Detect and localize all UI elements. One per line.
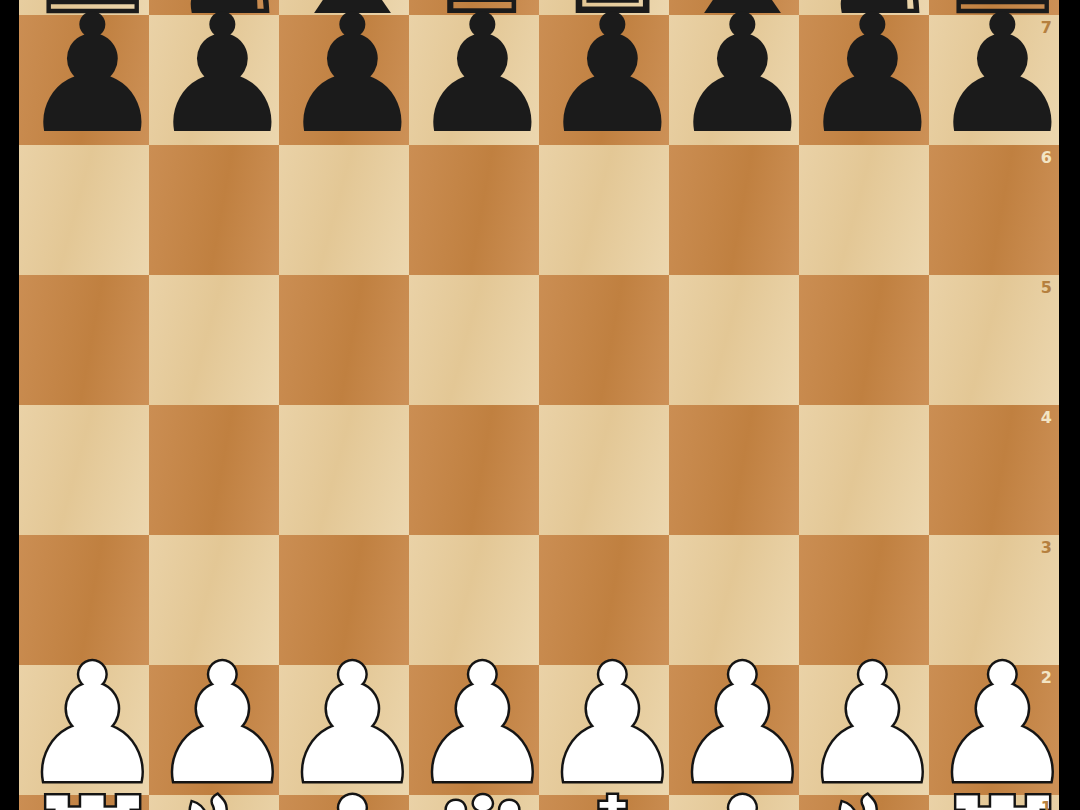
rank-label-5: 5 — [1041, 280, 1052, 296]
rank-label-1: 1 — [1041, 800, 1052, 810]
white-king-e1[interactable]: ♚ — [539, 777, 669, 810]
rank-label-6: 6 — [1041, 150, 1052, 166]
white-knight-b1[interactable]: ♞ — [149, 777, 279, 810]
rank-label-4: 4 — [1041, 410, 1052, 426]
black-pawn-f7[interactable]: ♟ — [669, 0, 799, 157]
white-bishop-c1[interactable]: ♝ — [279, 777, 409, 810]
square-c1[interactable]: ♝ — [279, 795, 409, 810]
square-e5[interactable] — [539, 275, 669, 405]
square-h5[interactable]: 5 — [929, 275, 1059, 405]
square-g4[interactable] — [799, 405, 929, 535]
square-g1[interactable]: ♞ — [799, 795, 929, 810]
square-f5[interactable] — [669, 275, 799, 405]
chess-board: ♜♞♝♛♚♝♞♜♟♟♟♟♟♟♟♟76543♟♟♟♟♟♟♟♟2♜♞♝♛♚♝♞♜1 — [19, 0, 1059, 810]
square-a4[interactable] — [19, 405, 149, 535]
square-d4[interactable] — [409, 405, 539, 535]
black-pawn-c7[interactable]: ♟ — [279, 0, 409, 157]
white-queen-d1[interactable]: ♛ — [409, 777, 539, 810]
square-d5[interactable] — [409, 275, 539, 405]
square-b4[interactable] — [149, 405, 279, 535]
rank-label-3: 3 — [1041, 540, 1052, 556]
square-h4[interactable]: 4 — [929, 405, 1059, 535]
video-frame: ♜♞♝♛♚♝♞♜♟♟♟♟♟♟♟♟76543♟♟♟♟♟♟♟♟2♜♞♝♛♚♝♞♜1 — [0, 0, 1080, 810]
letterbox-bar-left — [0, 0, 19, 810]
black-pawn-e7[interactable]: ♟ — [539, 0, 669, 157]
white-knight-g1[interactable]: ♞ — [799, 777, 929, 810]
square-f4[interactable] — [669, 405, 799, 535]
white-bishop-f1[interactable]: ♝ — [669, 777, 799, 810]
square-d7[interactable]: ♟ — [409, 15, 539, 145]
square-a7[interactable]: ♟ — [19, 15, 149, 145]
square-g5[interactable] — [799, 275, 929, 405]
black-pawn-a7[interactable]: ♟ — [19, 0, 149, 157]
square-c7[interactable]: ♟ — [279, 15, 409, 145]
square-g7[interactable]: ♟ — [799, 15, 929, 145]
square-b1[interactable]: ♞ — [149, 795, 279, 810]
square-f1[interactable]: ♝ — [669, 795, 799, 810]
square-e7[interactable]: ♟ — [539, 15, 669, 145]
square-d1[interactable]: ♛ — [409, 795, 539, 810]
white-rook-a1[interactable]: ♜ — [19, 777, 149, 810]
square-e4[interactable] — [539, 405, 669, 535]
square-h1[interactable]: ♜1 — [929, 795, 1059, 810]
square-h7[interactable]: ♟7 — [929, 15, 1059, 145]
square-b5[interactable] — [149, 275, 279, 405]
square-c5[interactable] — [279, 275, 409, 405]
square-a5[interactable] — [19, 275, 149, 405]
rank-label-7: 7 — [1041, 20, 1052, 36]
black-pawn-b7[interactable]: ♟ — [149, 0, 279, 157]
square-e1[interactable]: ♚ — [539, 795, 669, 810]
square-b7[interactable]: ♟ — [149, 15, 279, 145]
letterbox-bar-right — [1059, 0, 1080, 810]
black-pawn-g7[interactable]: ♟ — [799, 0, 929, 157]
square-a1[interactable]: ♜ — [19, 795, 149, 810]
square-c4[interactable] — [279, 405, 409, 535]
black-pawn-d7[interactable]: ♟ — [409, 0, 539, 157]
white-rook-h1[interactable]: ♜ — [929, 777, 1059, 810]
rank-label-2: 2 — [1041, 670, 1052, 686]
black-pawn-h7[interactable]: ♟ — [929, 0, 1059, 157]
square-f7[interactable]: ♟ — [669, 15, 799, 145]
